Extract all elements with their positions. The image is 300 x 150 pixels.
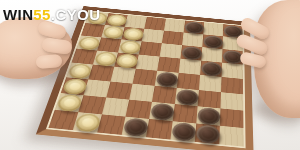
- square-e2[interactable]: [149, 102, 175, 121]
- square-g1[interactable]: [195, 123, 220, 144]
- piece-dark-e2[interactable]: [150, 102, 175, 121]
- watermark-cyou: .CYOU: [51, 6, 101, 23]
- watermark: WIN55.CYOU: [3, 6, 100, 23]
- piece-dark-f1[interactable]: [171, 122, 196, 142]
- square-e1[interactable]: [146, 119, 173, 140]
- square-f1[interactable]: [170, 121, 196, 142]
- square-h2[interactable]: [220, 108, 244, 128]
- square-d1[interactable]: [122, 117, 149, 138]
- square-f2[interactable]: [173, 104, 198, 123]
- watermark-win: WIN: [3, 6, 33, 23]
- square-g2[interactable]: [196, 106, 220, 126]
- watermark-55: 55: [33, 6, 51, 23]
- square-d2[interactable]: [126, 100, 152, 119]
- left-hand-finger: [36, 54, 63, 69]
- piece-dark-d1[interactable]: [122, 117, 148, 137]
- board-frame: [36, 6, 254, 150]
- piece-dark-f3[interactable]: [175, 88, 198, 106]
- piece-dark-g2[interactable]: [197, 107, 220, 126]
- square-h1[interactable]: [219, 126, 243, 147]
- piece-dark-e4[interactable]: [155, 71, 178, 87]
- checkers-board[interactable]: [48, 11, 243, 146]
- piece-dark-g1[interactable]: [195, 124, 219, 144]
- left-hand-finger: [41, 37, 73, 55]
- photo-canvas: WIN55.CYOU: [0, 0, 300, 150]
